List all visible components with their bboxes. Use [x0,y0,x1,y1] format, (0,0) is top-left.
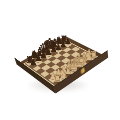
square [65,60,74,66]
square [51,64,60,70]
square [84,53,93,59]
board-rotation-wrapper [22,22,100,100]
square [49,70,59,76]
square [70,57,79,63]
square [59,69,69,75]
chess-set-product-photo: ♜♞♝♛♚♝♞♜♟♟♟♟♟♟♟♟♟♟♟♟♟♟♟♟♜♞♝♛♚♝♞♜ [0,0,120,120]
brass-hinge [81,68,85,74]
square [61,58,70,64]
square [56,61,65,67]
square [38,62,47,68]
square [47,62,56,68]
square [55,67,65,73]
square [42,65,51,71]
square [60,64,69,70]
square [64,66,74,72]
square [69,63,79,69]
square [75,60,84,66]
square [80,56,89,62]
square [52,59,61,65]
square [45,67,54,73]
square [75,54,84,60]
square [54,73,64,79]
